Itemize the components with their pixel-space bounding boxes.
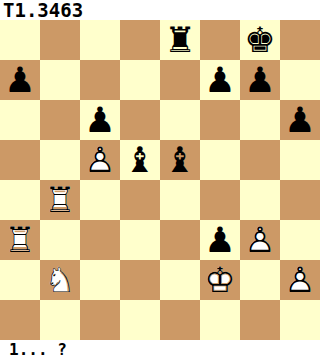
black-king-glyph: ♚ [240, 20, 280, 60]
white-rook-outline: ♖ [0, 220, 40, 260]
black-pawn: ♟ [240, 60, 280, 100]
square-f4[interactable] [200, 180, 240, 220]
square-h6[interactable]: ♟ [280, 100, 320, 140]
black-pawn-glyph: ♟ [0, 60, 40, 100]
black-pawn: ♟ [200, 60, 240, 100]
white-pawn: ♟♙ [240, 220, 280, 260]
square-g3[interactable]: ♟♙ [240, 220, 280, 260]
white-king: ♚♔ [200, 260, 240, 300]
square-d4[interactable] [120, 180, 160, 220]
puzzle-title: T1.3463 [0, 0, 320, 20]
square-e8[interactable]: ♜ [160, 20, 200, 60]
square-d2[interactable] [120, 260, 160, 300]
black-rook: ♜ [160, 20, 200, 60]
black-bishop-glyph: ♝ [120, 140, 160, 180]
black-pawn: ♟ [80, 100, 120, 140]
black-bishop: ♝ [160, 140, 200, 180]
square-b3[interactable] [40, 220, 80, 260]
white-pawn-outline: ♙ [80, 140, 120, 180]
white-rook: ♜♖ [40, 180, 80, 220]
square-h2[interactable]: ♟♙ [280, 260, 320, 300]
square-d7[interactable] [120, 60, 160, 100]
square-f2[interactable]: ♚♔ [200, 260, 240, 300]
square-f7[interactable]: ♟ [200, 60, 240, 100]
square-b7[interactable] [40, 60, 80, 100]
black-king: ♚ [240, 20, 280, 60]
square-e6[interactable] [160, 100, 200, 140]
black-pawn-glyph: ♟ [80, 100, 120, 140]
black-pawn-glyph: ♟ [200, 220, 240, 260]
square-h1[interactable] [280, 300, 320, 340]
square-e2[interactable] [160, 260, 200, 300]
square-e7[interactable] [160, 60, 200, 100]
square-c2[interactable] [80, 260, 120, 300]
square-g1[interactable] [240, 300, 280, 340]
square-h4[interactable] [280, 180, 320, 220]
square-a7[interactable]: ♟ [0, 60, 40, 100]
square-c6[interactable]: ♟ [80, 100, 120, 140]
square-f3[interactable]: ♟ [200, 220, 240, 260]
white-knight: ♞♘ [40, 260, 80, 300]
square-a6[interactable] [0, 100, 40, 140]
square-e5[interactable]: ♝ [160, 140, 200, 180]
square-b5[interactable] [40, 140, 80, 180]
square-b8[interactable] [40, 20, 80, 60]
square-a8[interactable] [0, 20, 40, 60]
white-pawn-outline: ♙ [240, 220, 280, 260]
move-prompt: 1... ? [0, 340, 320, 360]
square-b4[interactable]: ♜♖ [40, 180, 80, 220]
black-bishop: ♝ [120, 140, 160, 180]
square-f8[interactable] [200, 20, 240, 60]
square-a1[interactable] [0, 300, 40, 340]
square-e3[interactable] [160, 220, 200, 260]
white-knight-outline: ♘ [40, 260, 80, 300]
square-a5[interactable] [0, 140, 40, 180]
square-d3[interactable] [120, 220, 160, 260]
square-c5[interactable]: ♟♙ [80, 140, 120, 180]
black-rook-glyph: ♜ [160, 20, 200, 60]
square-c3[interactable] [80, 220, 120, 260]
square-c4[interactable] [80, 180, 120, 220]
square-c7[interactable] [80, 60, 120, 100]
square-h5[interactable] [280, 140, 320, 180]
square-b6[interactable] [40, 100, 80, 140]
square-g7[interactable]: ♟ [240, 60, 280, 100]
black-bishop-glyph: ♝ [160, 140, 200, 180]
square-g8[interactable]: ♚ [240, 20, 280, 60]
square-f6[interactable] [200, 100, 240, 140]
square-h3[interactable] [280, 220, 320, 260]
white-rook-outline: ♖ [40, 180, 80, 220]
white-pawn: ♟♙ [280, 260, 320, 300]
black-pawn-glyph: ♟ [200, 60, 240, 100]
square-e4[interactable] [160, 180, 200, 220]
square-c8[interactable] [80, 20, 120, 60]
black-pawn-glyph: ♟ [240, 60, 280, 100]
square-g6[interactable] [240, 100, 280, 140]
white-pawn: ♟♙ [80, 140, 120, 180]
square-g2[interactable] [240, 260, 280, 300]
square-c1[interactable] [80, 300, 120, 340]
black-pawn: ♟ [280, 100, 320, 140]
black-pawn: ♟ [0, 60, 40, 100]
square-d1[interactable] [120, 300, 160, 340]
chess-board: ♜♚♟♟♟♟♟♟♙♝♝♜♖♜♖♟♟♙♞♘♚♔♟♙ [0, 20, 320, 340]
square-d5[interactable]: ♝ [120, 140, 160, 180]
square-h8[interactable] [280, 20, 320, 60]
square-g4[interactable] [240, 180, 280, 220]
white-rook: ♜♖ [0, 220, 40, 260]
white-king-outline: ♔ [200, 260, 240, 300]
square-b2[interactable]: ♞♘ [40, 260, 80, 300]
square-a4[interactable] [0, 180, 40, 220]
black-pawn: ♟ [200, 220, 240, 260]
square-f1[interactable] [200, 300, 240, 340]
square-g5[interactable] [240, 140, 280, 180]
black-pawn-glyph: ♟ [280, 100, 320, 140]
white-pawn-outline: ♙ [280, 260, 320, 300]
square-e1[interactable] [160, 300, 200, 340]
square-f5[interactable] [200, 140, 240, 180]
square-b1[interactable] [40, 300, 80, 340]
square-h7[interactable] [280, 60, 320, 100]
chess-puzzle-page: T1.3463 ♜♚♟♟♟♟♟♟♙♝♝♜♖♜♖♟♟♙♞♘♚♔♟♙ 1... ? [0, 0, 320, 360]
square-d8[interactable] [120, 20, 160, 60]
square-a2[interactable] [0, 260, 40, 300]
square-a3[interactable]: ♜♖ [0, 220, 40, 260]
square-d6[interactable] [120, 100, 160, 140]
